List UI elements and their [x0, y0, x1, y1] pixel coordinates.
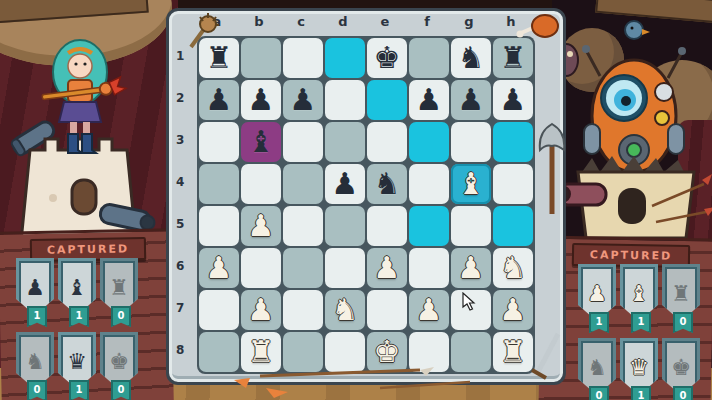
square-g2[interactable]: ♟	[451, 80, 491, 120]
white-knight-h6: ♞	[500, 253, 527, 283]
square-g4[interactable]: ♝	[451, 164, 491, 204]
captured-count: 0	[111, 306, 131, 327]
square-e3[interactable]	[367, 122, 407, 162]
mace-icon	[185, 13, 219, 49]
square-f4[interactable]	[409, 164, 449, 204]
king-glyph: ♚	[671, 357, 691, 379]
square-c7[interactable]	[283, 290, 323, 330]
queen-glyph: ♛	[67, 351, 87, 373]
captured-badge-white-queen: ♛1	[620, 338, 658, 400]
square-h4[interactable]	[493, 164, 533, 204]
square-b7[interactable]: ♟	[241, 290, 281, 330]
white-pawn-b5: ♟	[248, 211, 275, 241]
file-label-d: d	[323, 14, 363, 29]
captured-badge-white-bishop: ♝1	[620, 264, 658, 328]
rank-label-4: 4	[176, 162, 184, 202]
square-g3[interactable]	[451, 122, 491, 162]
white-pawn-h7: ♟	[500, 295, 527, 325]
file-label-e: e	[365, 14, 405, 29]
captured-badge-black-rook: ♜0	[100, 258, 138, 322]
arrow-icon	[230, 362, 500, 398]
black-pawn-b2: ♟	[248, 85, 275, 115]
rank-label-2: 2	[176, 78, 184, 118]
square-h3[interactable]	[493, 122, 533, 162]
captured-count: 1	[589, 312, 609, 333]
left-player-character	[8, 28, 162, 242]
sword-icon	[528, 330, 564, 384]
file-label-c: c	[281, 14, 321, 29]
drumstick-icon	[515, 13, 559, 43]
square-c2[interactable]: ♟	[283, 80, 323, 120]
captured-badge-black-knight: ♞0	[16, 332, 54, 396]
captured-count: 1	[631, 312, 651, 333]
rank-label-8: 8	[176, 330, 184, 370]
square-h7[interactable]: ♟	[493, 290, 533, 330]
square-h6[interactable]: ♞	[493, 248, 533, 288]
square-a5[interactable]	[199, 206, 239, 246]
square-c6[interactable]	[283, 248, 323, 288]
bishop-glyph: ♝	[67, 277, 87, 299]
square-g1[interactable]: ♞	[451, 38, 491, 78]
file-label-g: g	[449, 14, 489, 29]
rook-glyph: ♜	[671, 283, 691, 305]
square-b6[interactable]	[241, 248, 281, 288]
square-a7[interactable]	[199, 290, 239, 330]
black-rook-h1: ♜	[500, 43, 527, 73]
rank-label-7: 7	[176, 288, 184, 328]
white-pawn-f7: ♟	[416, 295, 443, 325]
file-labels: abcdefgh	[197, 14, 531, 29]
rook-glyph: ♜	[109, 277, 129, 299]
captured-count: 1	[27, 306, 47, 327]
captured-count: 0	[589, 386, 609, 400]
bird-icon	[625, 21, 650, 39]
left-captured-badges: ♟1♝1♜0♞0♛1♚0	[16, 258, 138, 396]
rank-label-6: 6	[176, 246, 184, 286]
rank-labels: 12345678	[176, 36, 184, 370]
square-e2[interactable]	[367, 80, 407, 120]
captured-badge-white-rook: ♜0	[662, 264, 700, 328]
square-b2[interactable]: ♟	[241, 80, 281, 120]
black-pawn-d4: ♟	[332, 169, 359, 199]
square-b4[interactable]	[241, 164, 281, 204]
square-f3[interactable]	[409, 122, 449, 162]
black-bishop-b3: ♝	[248, 127, 275, 157]
square-h5[interactable]	[493, 206, 533, 246]
rank-label-5: 5	[176, 204, 184, 244]
square-h1[interactable]: ♜	[493, 38, 533, 78]
white-pawn-e6: ♟	[374, 253, 401, 283]
right-captured-badges: ♟1♝1♜0♞0♛1♚0	[578, 264, 700, 400]
board-grid: ♜♚♞♜♟♟♟♟♟♟♝♟♞♝♟♟♟♟♞♟♞♟♟♜♚♜	[197, 36, 535, 374]
right-player-character	[556, 16, 712, 242]
black-pawn-g2: ♟	[458, 85, 485, 115]
file-label-b: b	[239, 14, 279, 29]
captured-count: 1	[631, 386, 651, 400]
queen-character	[41, 40, 126, 153]
square-c3[interactable]	[283, 122, 323, 162]
captured-badge-black-bishop: ♝1	[58, 258, 96, 322]
captured-badge-black-king: ♚0	[100, 332, 138, 396]
square-a4[interactable]	[199, 164, 239, 204]
captured-badge-black-pawn: ♟1	[16, 258, 54, 322]
black-pawn-h2: ♟	[500, 85, 527, 115]
square-g5[interactable]	[451, 206, 491, 246]
square-e4[interactable]: ♞	[367, 164, 407, 204]
pawn-glyph: ♟	[25, 277, 45, 299]
square-c4[interactable]	[283, 164, 323, 204]
square-d6[interactable]	[325, 248, 365, 288]
square-a2[interactable]: ♟	[199, 80, 239, 120]
pawn-glyph: ♟	[587, 283, 607, 305]
black-pawn-a2: ♟	[206, 85, 233, 115]
square-b3[interactable]: ♝	[241, 122, 281, 162]
square-f1[interactable]	[409, 38, 449, 78]
white-pawn-a6: ♟	[206, 253, 233, 283]
square-d4[interactable]: ♟	[325, 164, 365, 204]
black-king-e1: ♚	[374, 43, 401, 73]
square-b5[interactable]: ♟	[241, 206, 281, 246]
square-f6[interactable]	[409, 248, 449, 288]
square-d7[interactable]: ♞	[325, 290, 365, 330]
captured-badge-white-pawn: ♟1	[578, 264, 616, 328]
white-knight-d7: ♞	[332, 295, 359, 325]
chess-board: abcdefgh 12345678 ♜♚♞♜♟♟♟♟♟♟♝♟♞♝♟♟♟♟♞♟♞♟…	[166, 8, 566, 385]
bishop-glyph: ♝	[629, 283, 649, 305]
black-knight-e4: ♞	[374, 169, 401, 199]
square-e6[interactable]: ♟	[367, 248, 407, 288]
square-c1[interactable]	[283, 38, 323, 78]
queen-glyph: ♛	[629, 357, 649, 379]
rank-label-3: 3	[176, 120, 184, 160]
square-d1[interactable]	[325, 38, 365, 78]
game-screen: CAPTURED CAPTURED ♟1♝1♜0♞0♛1♚0 ♟1♝1♜0♞0♛…	[0, 0, 712, 400]
square-e5[interactable]	[367, 206, 407, 246]
axe-icon	[538, 118, 568, 218]
black-knight-g1: ♞	[458, 43, 485, 73]
black-pawn-f2: ♟	[416, 85, 443, 115]
square-e1[interactable]: ♚	[367, 38, 407, 78]
square-d5[interactable]	[325, 206, 365, 246]
square-g6[interactable]: ♟	[451, 248, 491, 288]
captured-badge-white-king: ♚0	[662, 338, 700, 400]
square-b1[interactable]	[241, 38, 281, 78]
square-c5[interactable]	[283, 206, 323, 246]
captured-badge-white-knight: ♞0	[578, 338, 616, 400]
captured-badge-black-queen: ♛1	[58, 332, 96, 396]
square-f7[interactable]: ♟	[409, 290, 449, 330]
right-tower	[556, 156, 712, 238]
white-pawn-g6: ♟	[458, 253, 485, 283]
captured-count: 1	[69, 306, 89, 327]
rank-label-1: 1	[176, 36, 184, 76]
square-d3[interactable]	[325, 122, 365, 162]
mouse-cursor	[462, 292, 476, 312]
square-f2[interactable]: ♟	[409, 80, 449, 120]
black-pawn-c2: ♟	[290, 85, 317, 115]
knight-glyph: ♞	[587, 357, 607, 379]
captured-count: 0	[673, 312, 693, 333]
square-a3[interactable]	[199, 122, 239, 162]
square-h2[interactable]: ♟	[493, 80, 533, 120]
square-f5[interactable]	[409, 206, 449, 246]
square-e7[interactable]	[367, 290, 407, 330]
white-rook-h8: ♜	[500, 337, 527, 367]
file-label-f: f	[407, 14, 447, 29]
king-glyph: ♚	[109, 351, 129, 373]
knight-glyph: ♞	[25, 351, 45, 373]
square-d2[interactable]	[325, 80, 365, 120]
square-a6[interactable]: ♟	[199, 248, 239, 288]
captured-count: 0	[673, 386, 693, 400]
white-bishop-g4: ♝	[458, 169, 485, 199]
white-pawn-b7: ♟	[248, 295, 275, 325]
